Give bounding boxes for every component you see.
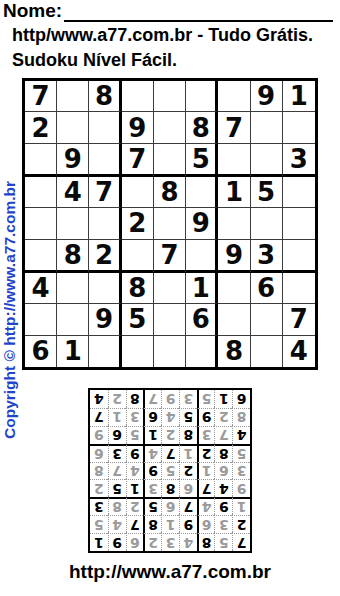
cell-r3c5[interactable] (154, 144, 186, 177)
cell-r2c2[interactable] (57, 112, 89, 143)
answer-cell-r5c3: 1 (197, 462, 215, 480)
answer-cell-r6c8: 3 (108, 444, 126, 462)
answer-cell-r2c5: 1 (161, 515, 179, 533)
answer-cell-r1c3: 8 (197, 533, 215, 551)
cell-r2c1[interactable]: 2 (25, 112, 57, 143)
answer-cell-r6c5: 7 (161, 444, 179, 462)
cell-r1c6[interactable] (186, 81, 218, 112)
answer-cell-r9c8: 2 (108, 390, 126, 408)
cell-r2c4[interactable]: 9 (122, 112, 154, 143)
cell-r1c1[interactable]: 7 (25, 81, 57, 112)
answer-cell-r8c4: 5 (179, 408, 197, 426)
answer-cell-r1c5: 3 (161, 533, 179, 551)
cell-r6c4[interactable] (122, 240, 154, 273)
cell-r9c2[interactable]: 1 (57, 336, 89, 367)
cell-r4c8[interactable]: 5 (251, 177, 283, 208)
answer-cell-r8c5: 4 (161, 408, 179, 426)
answer-cell-r3c2: 9 (214, 497, 232, 515)
copyright-vertical-text: Copyright © http://www.a77.com.br (1, 162, 19, 458)
answer-cell-r5c9: 8 (90, 462, 108, 480)
answer-cell-r8c7: 3 (126, 408, 144, 426)
cell-r8c7[interactable] (218, 304, 250, 335)
answer-cell-r7c8: 6 (108, 426, 126, 444)
cell-r9c6[interactable] (186, 336, 218, 367)
answer-cell-r4c6: 3 (143, 479, 161, 497)
cell-r7c6[interactable]: 1 (186, 273, 218, 304)
cell-r3c6[interactable]: 5 (186, 144, 218, 177)
cell-r7c8[interactable]: 6 (251, 273, 283, 304)
answer-cell-r8c9: 7 (90, 408, 108, 426)
answer-cell-r8c1: 8 (232, 408, 250, 426)
answer-cell-r9c3: 5 (197, 390, 215, 408)
answer-cell-r4c9: 2 (90, 479, 108, 497)
answer-cell-r4c1: 9 (232, 479, 250, 497)
answer-cell-r5c4: 2 (179, 462, 197, 480)
cell-r7c4[interactable]: 8 (122, 273, 154, 304)
cell-r6c5[interactable]: 7 (154, 240, 186, 273)
cell-r3c9[interactable]: 3 (283, 144, 315, 177)
cell-r6c2[interactable]: 8 (57, 240, 89, 273)
cell-r6c8[interactable]: 3 (251, 240, 283, 273)
cell-r7c3[interactable] (89, 273, 121, 304)
cell-r1c2[interactable] (57, 81, 89, 112)
answer-cell-r6c2: 8 (214, 444, 232, 462)
footer-url: http://www.a77.com.br (0, 561, 340, 583)
cell-r4c3[interactable]: 7 (89, 177, 121, 208)
cell-r5c4[interactable]: 2 (122, 208, 154, 239)
cell-r3c1[interactable] (25, 144, 57, 177)
answer-cell-r9c2: 1 (214, 390, 232, 408)
answer-cell-r1c2: 5 (214, 533, 232, 551)
answer-cell-r4c8: 5 (108, 479, 126, 497)
answer-cell-r5c7: 4 (126, 462, 144, 480)
answer-cell-r5c8: 7 (108, 462, 126, 480)
answer-cell-r2c7: 7 (126, 515, 144, 533)
answer-cell-r9c7: 8 (126, 390, 144, 408)
cell-r1c3[interactable]: 8 (89, 81, 121, 112)
cell-r8c5[interactable] (154, 304, 186, 335)
cell-r4c1[interactable] (25, 177, 57, 208)
cell-r6c1[interactable] (25, 240, 57, 273)
cell-r3c3[interactable] (89, 144, 121, 177)
answer-cell-r9c1: 6 (232, 390, 250, 408)
cell-r1c9[interactable]: 1 (283, 81, 315, 112)
cell-r4c5[interactable]: 8 (154, 177, 186, 208)
cell-r4c6[interactable] (186, 177, 218, 208)
cell-r8c4[interactable]: 5 (122, 304, 154, 335)
cell-r8c6[interactable]: 6 (186, 304, 218, 335)
answer-cell-r8c8: 1 (108, 408, 126, 426)
answer-cell-r1c4: 4 (179, 533, 197, 551)
answer-cell-r6c6: 4 (143, 444, 161, 462)
answer-cell-r4c7: 1 (126, 479, 144, 497)
answer-cell-r3c7: 2 (126, 497, 144, 515)
answer-cell-r3c3: 4 (197, 497, 215, 515)
cell-r8c2[interactable] (57, 304, 89, 335)
answer-cell-r7c1: 4 (232, 426, 250, 444)
answer-cell-r1c6: 2 (143, 533, 161, 551)
cell-r8c3[interactable]: 9 (89, 304, 121, 335)
answer-cell-r3c6: 5 (143, 497, 161, 515)
answer-cell-r2c9: 5 (90, 515, 108, 533)
cell-r2c5[interactable] (154, 112, 186, 143)
cell-r9c7[interactable]: 8 (218, 336, 250, 367)
cell-r1c4[interactable] (122, 81, 154, 112)
cell-r5c5[interactable] (154, 208, 186, 239)
answer-cell-r9c9: 4 (90, 390, 108, 408)
answer-cell-r7c6: 1 (143, 426, 161, 444)
answer-cell-r2c4: 9 (179, 515, 197, 533)
answer-cell-r8c3: 9 (197, 408, 215, 426)
answer-cell-r4c5: 8 (161, 479, 179, 497)
answer-cell-r1c1: 7 (232, 533, 250, 551)
cell-r4c2[interactable]: 4 (57, 177, 89, 208)
answer-cell-r5c5: 5 (161, 462, 179, 480)
answer-cell-r9c6: 7 (143, 390, 161, 408)
answer-cell-r7c7: 5 (126, 426, 144, 444)
cell-r1c8[interactable]: 9 (251, 81, 283, 112)
answer-cell-r7c9: 9 (90, 426, 108, 444)
answer-cell-r1c8: 9 (108, 533, 126, 551)
cell-r5c9[interactable] (283, 208, 315, 239)
cell-r2c8[interactable] (251, 112, 283, 143)
cell-r5c6[interactable]: 9 (186, 208, 218, 239)
cell-r9c8[interactable] (251, 336, 283, 367)
cell-r3c8[interactable] (251, 144, 283, 177)
answer-cell-r4c2: 4 (214, 479, 232, 497)
cell-r9c3[interactable] (89, 336, 121, 367)
answer-cell-r8c6: 6 (143, 408, 161, 426)
cell-r6c9[interactable] (283, 240, 315, 273)
sudoku-worksheet-page: Nome: http/www.a77.com.br - Tudo Grátis.… (0, 0, 340, 596)
cell-r6c7[interactable]: 9 (218, 240, 250, 273)
cell-r5c1[interactable] (25, 208, 57, 239)
answer-cell-r6c3: 2 (197, 444, 215, 462)
cell-r7c2[interactable] (57, 273, 89, 304)
answer-cell-r7c3: 3 (197, 426, 215, 444)
cell-r2c9[interactable] (283, 112, 315, 143)
cell-r6c3[interactable]: 2 (89, 240, 121, 273)
cell-r9c9[interactable]: 4 (283, 336, 315, 367)
cell-r7c7[interactable] (218, 273, 250, 304)
cell-r1c5[interactable] (154, 81, 186, 112)
cell-r5c3[interactable] (89, 208, 121, 239)
answer-cell-r5c1: 3 (232, 462, 250, 480)
answer-cell-r7c2: 7 (214, 426, 232, 444)
cell-r5c8[interactable] (251, 208, 283, 239)
answer-cell-r3c9: 3 (90, 497, 108, 515)
answer-cell-r3c1: 1 (232, 497, 250, 515)
name-row: Nome: (3, 1, 333, 22)
answer-cell-r5c6: 9 (143, 462, 161, 480)
cell-r4c7[interactable]: 1 (218, 177, 250, 208)
cell-r7c5[interactable] (154, 273, 186, 304)
sudoku-grid: 789129879753478152982793481695676184 (22, 78, 318, 370)
answer-cell-r3c4: 7 (179, 497, 197, 515)
cell-r2c6[interactable]: 8 (186, 112, 218, 143)
cell-r3c2[interactable]: 9 (57, 144, 89, 177)
cell-r8c1[interactable] (25, 304, 57, 335)
cell-r9c4[interactable] (122, 336, 154, 367)
answer-cell-r6c7: 9 (126, 444, 144, 462)
answer-cell-r4c3: 7 (197, 479, 215, 497)
answer-cell-r1c9: 1 (90, 533, 108, 551)
answer-cell-r7c5: 2 (161, 426, 179, 444)
site-tagline: http/www.a77.com.br - Tudo Grátis. (12, 25, 313, 46)
cell-r4c9[interactable] (283, 177, 315, 208)
cell-r5c7[interactable] (218, 208, 250, 239)
cell-r8c9[interactable]: 7 (283, 304, 315, 335)
name-input-line[interactable] (64, 4, 333, 22)
answer-cell-r2c3: 6 (197, 515, 215, 533)
cell-r9c1[interactable]: 6 (25, 336, 57, 367)
answer-cell-r9c5: 9 (161, 390, 179, 408)
answer-cell-r2c1: 2 (232, 515, 250, 533)
cell-r2c7[interactable]: 7 (218, 112, 250, 143)
cell-r4c4[interactable] (122, 177, 154, 208)
cell-r3c7[interactable] (218, 144, 250, 177)
answer-cell-r2c6: 8 (143, 515, 161, 533)
cell-r6c6[interactable] (186, 240, 218, 273)
cell-r8c8[interactable] (251, 304, 283, 335)
answer-cell-r3c5: 6 (161, 497, 179, 515)
cell-r2c3[interactable] (89, 112, 121, 143)
answer-key-grid: 7584326912369187451947652839476831523612… (88, 388, 252, 553)
cell-r1c7[interactable] (218, 81, 250, 112)
cell-r3c4[interactable]: 7 (122, 144, 154, 177)
cell-r7c1[interactable]: 4 (25, 273, 57, 304)
answer-cell-r6c9: 6 (90, 444, 108, 462)
answer-cell-r4c4: 6 (179, 479, 197, 497)
answer-cell-r6c1: 5 (232, 444, 250, 462)
answer-cell-r6c4: 1 (179, 444, 197, 462)
cell-r5c2[interactable] (57, 208, 89, 239)
answer-cell-r1c7: 6 (126, 533, 144, 551)
answer-cell-r3c8: 8 (108, 497, 126, 515)
cell-r7c9[interactable] (283, 273, 315, 304)
answer-cell-r2c2: 3 (214, 515, 232, 533)
answer-cell-r8c2: 2 (214, 408, 232, 426)
cell-r9c5[interactable] (154, 336, 186, 367)
answer-cell-r5c2: 6 (214, 462, 232, 480)
answer-cell-r7c4: 8 (179, 426, 197, 444)
name-label: Nome: (3, 1, 62, 22)
page-title: Sudoku Nível Fácil. (12, 50, 177, 71)
answer-cell-r2c8: 4 (108, 515, 126, 533)
answer-cell-r9c4: 3 (179, 390, 197, 408)
